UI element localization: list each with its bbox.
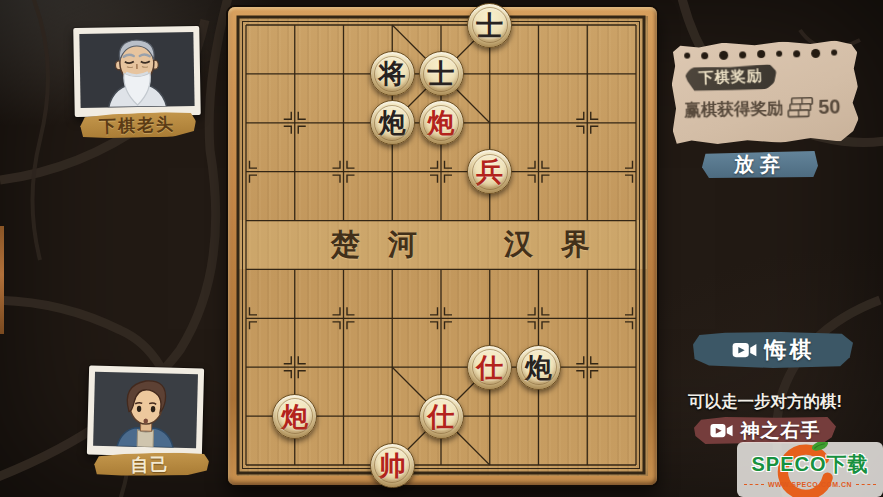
paper-hole <box>831 49 837 55</box>
give-up-button[interactable]: 放弃 <box>702 151 818 178</box>
piece-black-将[interactable]: 将 <box>370 51 415 96</box>
speco-watermark: SPECO下载 WWW.SPECO.COM.CN <box>737 442 883 497</box>
piece-red-帅[interactable]: 帅 <box>370 443 415 488</box>
game-screen: 下棋老头 自己 楚 河 汉 界 士将士炮炮兵仕炮炮仕帅 <box>0 0 883 497</box>
reward-title: 下棋奖励 <box>698 66 763 85</box>
watermark-subtitle-row: WWW.SPECO.COM.CN <box>737 481 883 488</box>
piece-black-炮[interactable]: 炮 <box>370 100 415 145</box>
piece-black-士[interactable]: 士 <box>419 51 464 96</box>
watermark-title: SPECO下载 <box>737 451 883 478</box>
hint-text: 可以走一步对方的棋! <box>660 391 870 413</box>
piece-red-炮[interactable]: 炮 <box>272 394 317 439</box>
piece-black-士[interactable]: 士 <box>467 3 512 48</box>
piece-red-仕[interactable]: 仕 <box>419 394 464 439</box>
paper-hole <box>757 50 765 58</box>
god-hand-button[interactable]: 神之右手 <box>694 417 836 444</box>
paper-hole <box>811 48 820 57</box>
paper-hole <box>776 51 782 57</box>
piece-red-仕[interactable]: 仕 <box>467 345 512 390</box>
watermark-subtitle: WWW.SPECO.COM.CN <box>768 481 852 488</box>
young-man-avatar <box>93 372 198 449</box>
pieces-layer: 士将士炮炮兵仕炮炮仕帅 <box>228 7 657 485</box>
god-hand-label: 神之右手 <box>741 418 821 444</box>
video-ad-icon <box>732 341 757 360</box>
undo-label: 悔棋 <box>765 335 815 365</box>
paper-hole <box>739 51 746 58</box>
dash-right <box>856 484 876 485</box>
paper-hole <box>701 52 708 59</box>
piece-black-炮[interactable]: 炮 <box>516 345 561 390</box>
self-name-label: 自己 <box>92 452 209 477</box>
piece-red-炮[interactable]: 炮 <box>419 100 464 145</box>
paper-hole <box>719 50 728 59</box>
paper-hole <box>793 50 800 57</box>
video-ad-icon <box>710 422 733 440</box>
old-man-avatar <box>79 32 194 108</box>
opponent-name: 下棋老头 <box>99 113 176 139</box>
piece-red-兵[interactable]: 兵 <box>467 149 512 194</box>
paper-hole <box>684 53 690 59</box>
reward-title-badge: 下棋奖励 <box>684 64 777 93</box>
background-wood-strip <box>0 226 4 334</box>
xiangqi-board[interactable]: 楚 河 汉 界 士将士炮炮兵仕炮炮仕帅 <box>228 7 657 485</box>
banknotes-icon <box>786 95 815 121</box>
reward-panel: 下棋奖励 赢棋获得奖励 50 <box>671 40 859 145</box>
self-name: 自己 <box>130 452 170 477</box>
opponent-avatar <box>73 26 201 117</box>
reward-amount: 50 <box>818 95 841 118</box>
give-up-label: 放弃 <box>734 151 786 178</box>
dash-left <box>744 484 764 485</box>
self-avatar <box>87 366 204 458</box>
reward-desc: 赢棋获得奖励 <box>684 97 783 121</box>
undo-button[interactable]: 悔棋 <box>693 332 853 368</box>
